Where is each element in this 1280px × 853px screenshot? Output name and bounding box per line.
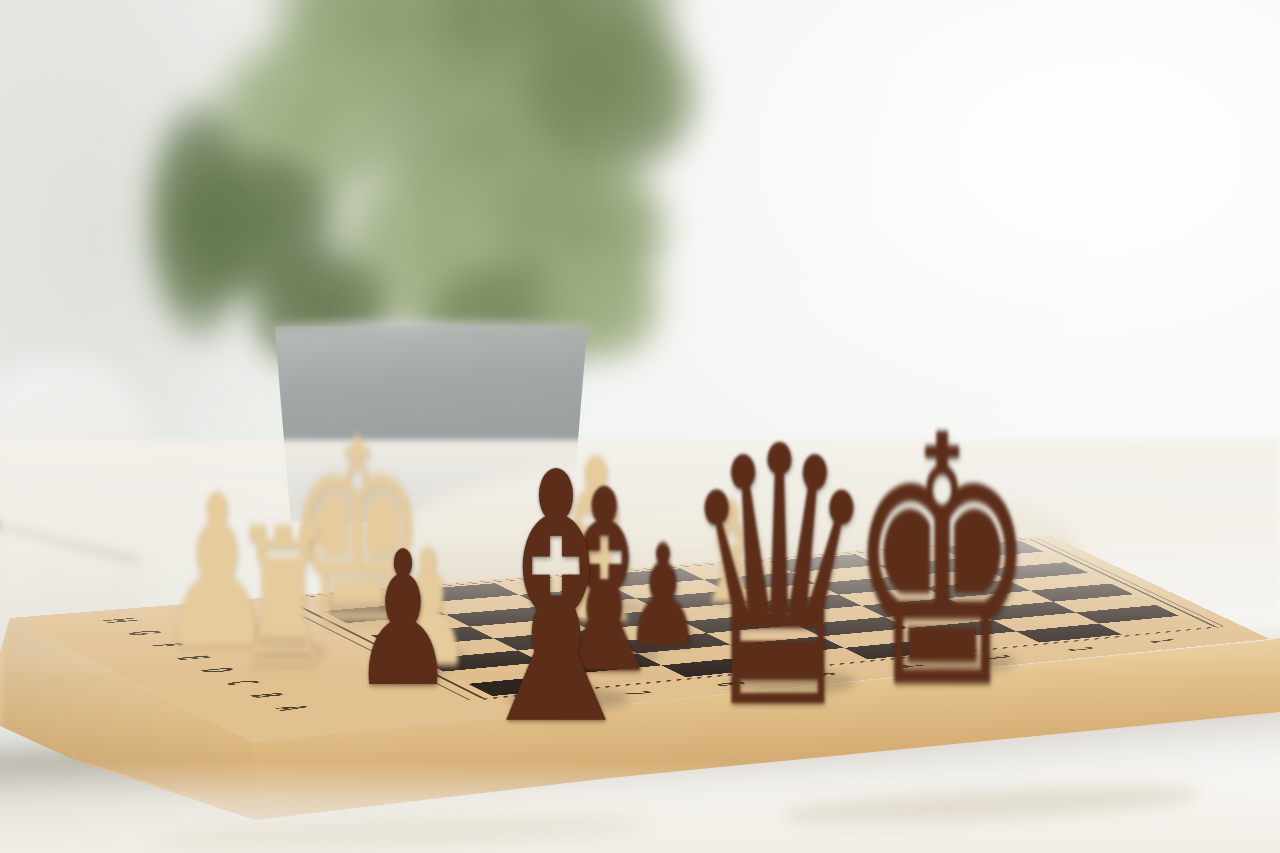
piece-black-bishop-a8[interactable]: ♝: [461, 429, 651, 774]
pieces-layer: ♟♜♚♟♝♝♟♝♝♟♛♚: [0, 0, 1280, 853]
piece-white-rook-b8[interactable]: ♜: [231, 503, 336, 693]
piece-black-pawn-b7[interactable]: ♟: [352, 527, 455, 713]
piece-black-queen-a6[interactable]: ♛: [680, 402, 877, 760]
